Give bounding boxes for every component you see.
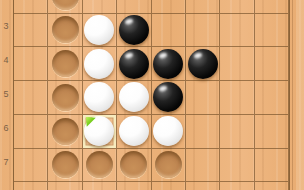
board-cell-r4c1[interactable] — [14, 47, 48, 81]
board-cell-r2c5[interactable] — [152, 0, 186, 14]
board-cell-r6c3[interactable] — [83, 115, 117, 149]
board-cell-r3c7[interactable] — [220, 14, 254, 48]
board-cell-r3c1[interactable] — [14, 14, 48, 48]
white-stone — [84, 15, 114, 45]
legal-move-hint-recess — [155, 151, 182, 178]
board-cell-r5c6[interactable] — [186, 81, 220, 115]
black-stone — [119, 15, 149, 45]
board-cell-r2c6[interactable] — [186, 0, 220, 14]
board-cell-r6c6[interactable] — [186, 115, 220, 149]
board-cell-r5c7[interactable] — [220, 81, 254, 115]
board-cell-r3c4[interactable] — [117, 14, 151, 48]
board-cell-r6c1[interactable] — [14, 115, 48, 149]
board-right-edge — [292, 0, 304, 190]
board-cell-r2c1[interactable] — [14, 0, 48, 14]
board-cell-r8c5[interactable] — [152, 182, 186, 190]
board-cell-r5c3[interactable] — [83, 81, 117, 115]
board-cell-r4c5[interactable] — [152, 47, 186, 81]
board-cell-r5c1[interactable] — [14, 81, 48, 115]
board-cell-r8c1[interactable] — [14, 182, 48, 190]
legal-move-hint-recess — [52, 84, 79, 111]
black-stone — [119, 49, 149, 79]
board-cell-r3c5[interactable] — [152, 14, 186, 48]
board-cell-r7c3[interactable] — [83, 149, 117, 183]
board-grid — [13, 0, 290, 190]
board-cell-r2c3[interactable] — [83, 0, 117, 14]
legal-move-hint-recess — [52, 50, 79, 77]
legal-move-hint-recess — [120, 151, 147, 178]
board-cell-r7c2[interactable] — [48, 149, 82, 183]
board-cell-r4c2[interactable] — [48, 47, 82, 81]
board-cell-r2c2[interactable] — [48, 0, 82, 14]
board-cell-r8c8[interactable] — [255, 182, 289, 190]
board-cell-r2c7[interactable] — [220, 0, 254, 14]
board-cell-r2c4[interactable] — [117, 0, 151, 14]
row-label-5: 5 — [0, 90, 12, 99]
board-cell-r8c6[interactable] — [186, 182, 220, 190]
row-label-6: 6 — [0, 124, 12, 133]
row-label-7: 7 — [0, 158, 12, 167]
board-cell-r6c8[interactable] — [255, 115, 289, 149]
legal-move-hint-recess — [52, 151, 79, 178]
board-cell-r7c5[interactable] — [152, 149, 186, 183]
legal-move-hint-recess — [86, 151, 113, 178]
board-cell-r5c4[interactable] — [117, 81, 151, 115]
legal-move-hint-recess — [52, 16, 79, 43]
board-cell-r8c3[interactable] — [83, 182, 117, 190]
board-cell-r4c7[interactable] — [220, 47, 254, 81]
black-stone — [153, 49, 183, 79]
board-cell-r5c8[interactable] — [255, 81, 289, 115]
legal-move-hint-recess — [52, 118, 79, 145]
white-stone — [84, 82, 114, 112]
board-cell-r6c5[interactable] — [152, 115, 186, 149]
board-cell-r3c8[interactable] — [255, 14, 289, 48]
white-stone — [119, 116, 149, 146]
board-cell-r2c8[interactable] — [255, 0, 289, 14]
board-cell-r5c5[interactable] — [152, 81, 186, 115]
board-cell-r4c8[interactable] — [255, 47, 289, 81]
board-cell-r6c7[interactable] — [220, 115, 254, 149]
board-cell-r7c8[interactable] — [255, 149, 289, 183]
white-stone — [84, 49, 114, 79]
board-cell-r4c3[interactable] — [83, 47, 117, 81]
row-label-4: 4 — [0, 56, 12, 65]
board-cell-r7c6[interactable] — [186, 149, 220, 183]
board-cell-r5c2[interactable] — [48, 81, 82, 115]
row-label-3: 3 — [0, 22, 12, 31]
board-cell-r7c1[interactable] — [14, 149, 48, 183]
board-cell-r8c4[interactable] — [117, 182, 151, 190]
black-stone — [153, 82, 183, 112]
board-cell-r7c7[interactable] — [220, 149, 254, 183]
board-cell-r8c2[interactable] — [48, 182, 82, 190]
board-cell-r6c2[interactable] — [48, 115, 82, 149]
board-cell-r6c4[interactable] — [117, 115, 151, 149]
board-cell-r4c4[interactable] — [117, 47, 151, 81]
black-stone — [188, 49, 218, 79]
board-cell-r8c7[interactable] — [220, 182, 254, 190]
board-cell-r3c3[interactable] — [83, 14, 117, 48]
legal-move-hint-recess — [52, 0, 79, 10]
board-cell-r4c6[interactable] — [186, 47, 220, 81]
board-cell-r7c4[interactable] — [117, 149, 151, 183]
board-cell-r3c2[interactable] — [48, 14, 82, 48]
reversi-board-view: 34567 — [0, 0, 304, 190]
board-cell-r3c6[interactable] — [186, 14, 220, 48]
white-stone — [153, 116, 183, 146]
white-stone — [119, 82, 149, 112]
